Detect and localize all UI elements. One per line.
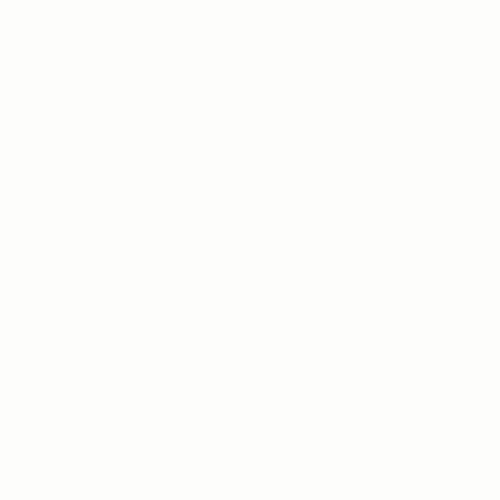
- chess-set-product-photo: [0, 0, 500, 500]
- chessboard-scene: [0, 0, 500, 500]
